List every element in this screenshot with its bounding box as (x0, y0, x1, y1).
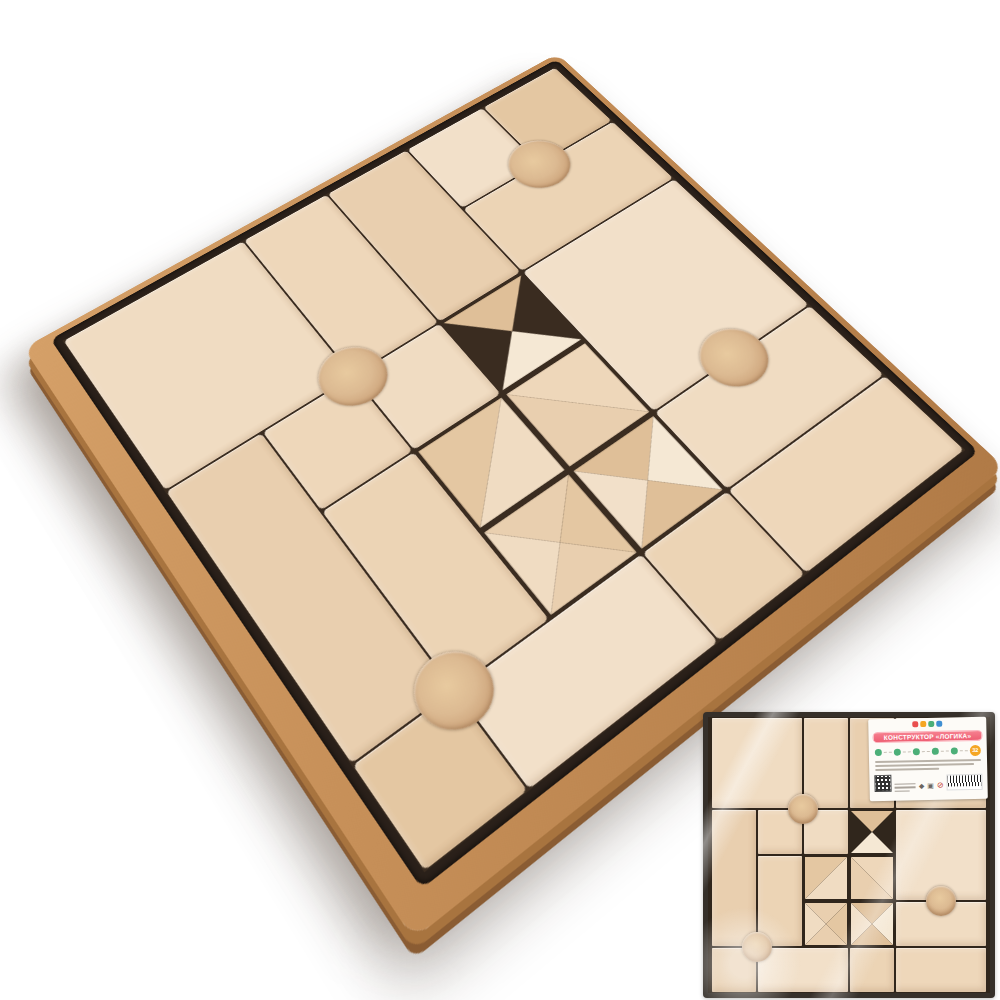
product-label: КОНСТРУКТОР «ЛОГИКА» 32 ◆ ▣ ⊘ (868, 717, 988, 801)
product-photo-stage: КОНСТРУКТОР «ЛОГИКА» 32 ◆ ▣ ⊘ (0, 0, 1000, 1000)
dash-separator (960, 750, 968, 751)
block-brick (896, 948, 986, 992)
qr-code (874, 775, 891, 792)
dash-separator (903, 751, 911, 752)
brand-logo-mark (936, 721, 942, 727)
feature-icon (894, 749, 901, 756)
block-square-large (712, 718, 802, 808)
dash-separator (884, 752, 892, 753)
fine-print-line (895, 790, 910, 792)
block-plank (712, 810, 756, 946)
cylinder-disc (742, 932, 772, 962)
feature-icon (913, 748, 920, 755)
feature-icon (932, 748, 939, 755)
cert-diamond-icon: ◆ (919, 781, 925, 791)
label-bottom-row: ◆ ▣ ⊘ (874, 773, 982, 792)
brand-logo-mark (912, 721, 918, 727)
cylinder-disc (926, 886, 956, 916)
cylinder-disc (788, 794, 818, 824)
dash-separator (922, 751, 930, 752)
brand-logo (872, 720, 982, 730)
label-text-line (875, 768, 939, 771)
barcode (946, 774, 982, 791)
fine-print-line (894, 783, 915, 785)
label-fine-print (894, 783, 915, 792)
label-title: КОНСТРУКТОР «ЛОГИКА» (872, 730, 982, 743)
brand-logo-mark (920, 721, 926, 727)
fine-print-line (895, 786, 916, 788)
block-brick (758, 856, 802, 946)
packaged-product-inset: КОНСТРУКТОР «ЛОГИКА» 32 ◆ ▣ ⊘ (703, 712, 995, 998)
dash-separator (941, 751, 949, 752)
age-warning-icon: ⊘ (937, 781, 944, 791)
feature-icon (875, 749, 882, 756)
cert-package-icon: ▣ (927, 781, 934, 791)
block-brick (804, 718, 848, 808)
block-square (850, 948, 894, 992)
label-text-line (875, 763, 974, 767)
piece-count-badge: 32 (970, 745, 981, 756)
brand-logo-mark (928, 721, 934, 727)
feature-icon (951, 747, 958, 754)
label-feature-icons: 32 (875, 745, 981, 758)
block-brick (758, 948, 848, 992)
